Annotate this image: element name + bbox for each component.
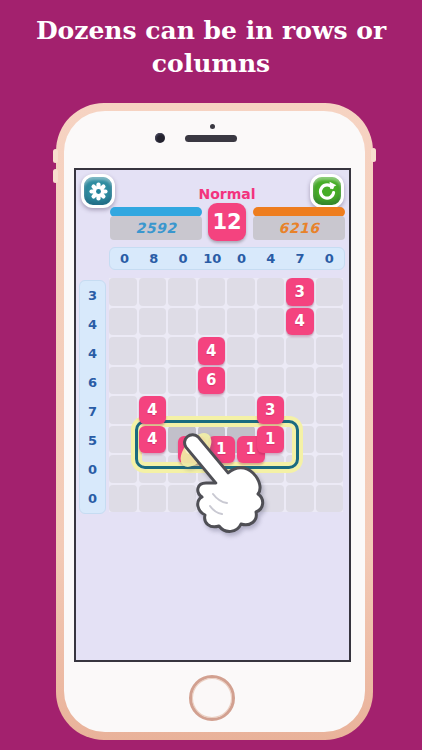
row-header: 4 [80, 339, 105, 368]
home-button [189, 675, 235, 721]
target-number-badge: 12 [208, 203, 246, 241]
column-headers: 080100470 [109, 247, 345, 270]
tile[interactable]: 4 [198, 337, 226, 365]
grid-cell [286, 337, 314, 365]
grid-cell [257, 367, 285, 395]
grid-cell [316, 396, 344, 424]
grid-cell [109, 367, 137, 395]
grid-cell [257, 337, 285, 365]
tile[interactable]: 3 [257, 396, 285, 424]
grid-cell [316, 455, 344, 483]
grid-cell [139, 367, 167, 395]
row-header: 7 [80, 397, 105, 426]
volume-up-button [53, 149, 58, 163]
row-header: 0 [80, 484, 105, 513]
row-header: 5 [80, 426, 105, 455]
grid-cell [109, 396, 137, 424]
grid-cell [286, 367, 314, 395]
grid-cell [316, 278, 344, 306]
caption-line-2: columns [0, 47, 422, 80]
refresh-icon [316, 180, 338, 202]
grid-cell [227, 337, 255, 365]
caption-line-1: Dozens can be in rows or [0, 14, 422, 47]
grid-cell [109, 426, 137, 454]
grid-cell [168, 278, 196, 306]
grid-cell [316, 426, 344, 454]
row-header: 0 [80, 455, 105, 484]
grid-cell [316, 485, 344, 513]
row-headers: 34467500 [79, 280, 106, 514]
game-screen: Normal 2592 12 6216 080100470 [74, 168, 351, 662]
tile[interactable]: 3 [286, 278, 314, 306]
grid-cell [168, 337, 196, 365]
tile[interactable]: 4 [139, 426, 167, 454]
column-header: 0 [315, 248, 344, 269]
column-header: 0 [169, 248, 198, 269]
phone-body: Normal 2592 12 6216 080100470 [64, 111, 365, 732]
row-header: 4 [80, 310, 105, 339]
grid-cell [316, 337, 344, 365]
grid-cell [109, 485, 137, 513]
right-score-value: 6216 [253, 216, 345, 240]
left-score-value: 2592 [110, 216, 202, 240]
row-header: 3 [80, 281, 105, 310]
tile[interactable]: 4 [139, 396, 167, 424]
sensor-dot [210, 124, 215, 129]
column-header: 8 [139, 248, 168, 269]
grid-cell [227, 308, 255, 336]
power-button [371, 148, 376, 162]
column-header: 7 [286, 248, 315, 269]
grid-cell [109, 455, 137, 483]
grid-cell [109, 337, 137, 365]
grid-cell [227, 278, 255, 306]
grid-cell [139, 485, 167, 513]
grid-cell [286, 485, 314, 513]
right-score-panel: 6216 [253, 207, 345, 240]
column-header: 0 [227, 248, 256, 269]
grid-cell [139, 278, 167, 306]
restart-button[interactable] [310, 174, 344, 208]
phone-frame: Normal 2592 12 6216 080100470 [56, 103, 373, 740]
grid-cell [257, 308, 285, 336]
grid-cell [109, 308, 137, 336]
volume-down-button [53, 169, 58, 183]
grid-cell [198, 278, 226, 306]
glove [185, 435, 263, 532]
column-header: 4 [256, 248, 285, 269]
grid-cell [198, 308, 226, 336]
row-header: 6 [80, 368, 105, 397]
caption: Dozens can be in rows or columns [0, 0, 422, 80]
grid-cell [139, 337, 167, 365]
grid-cell [316, 367, 344, 395]
tile[interactable]: 4 [286, 308, 314, 336]
tile[interactable]: 6 [198, 367, 226, 395]
grid-cell [227, 367, 255, 395]
gear-icon [88, 181, 109, 202]
mode-label: Normal [187, 186, 267, 202]
grid-cell [139, 308, 167, 336]
speaker-grille [185, 135, 237, 142]
grid-cell [257, 278, 285, 306]
grid-cell [316, 308, 344, 336]
grid-cell [168, 308, 196, 336]
column-header: 0 [110, 248, 139, 269]
front-camera [155, 133, 165, 143]
app-store-screenshot: Dozens can be in rows or columns [0, 0, 422, 750]
grid-cell [109, 278, 137, 306]
column-header: 10 [198, 248, 227, 269]
settings-button[interactable] [81, 174, 115, 208]
hand-cursor [180, 432, 268, 542]
grid-cell [168, 367, 196, 395]
left-score-panel: 2592 [110, 207, 202, 240]
